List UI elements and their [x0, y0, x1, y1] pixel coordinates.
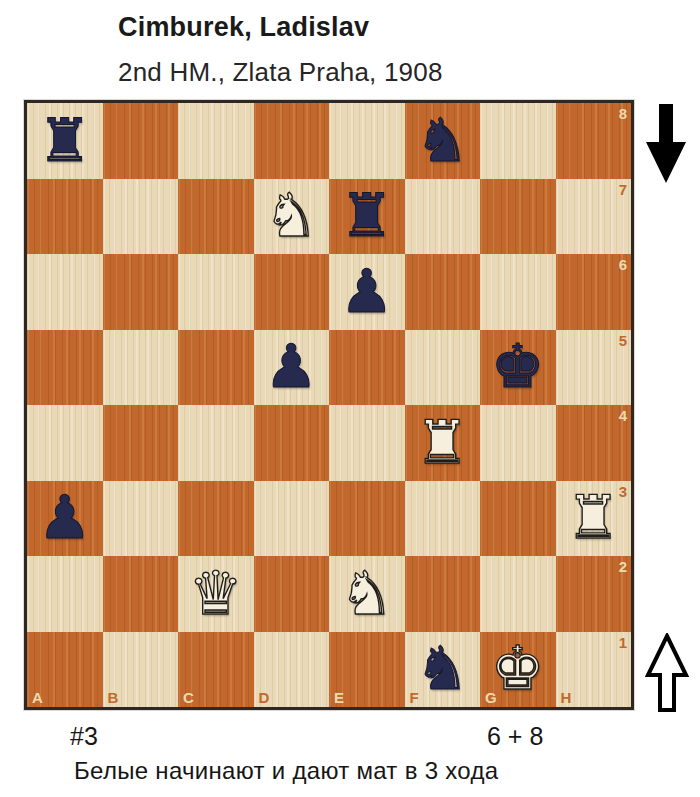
square-b3[interactable]: [103, 481, 179, 557]
square-d7[interactable]: ♞: [254, 179, 330, 255]
square-b4[interactable]: [103, 405, 179, 481]
black-knight-f1[interactable]: ♞: [415, 638, 469, 698]
file-label-g: G: [485, 690, 497, 705]
square-h2[interactable]: 2: [556, 556, 632, 632]
chess-board[interactable]: ♜♞8♞♜7♟6♟♚5♜4♟♜3♛♞2ABCDE♞F♚G1H: [27, 103, 631, 707]
square-a1[interactable]: A: [27, 632, 103, 708]
square-h3[interactable]: ♜3: [556, 481, 632, 557]
square-h1[interactable]: 1H: [556, 632, 632, 708]
square-h7[interactable]: 7: [556, 179, 632, 255]
square-d1[interactable]: D: [254, 632, 330, 708]
rank-label-7: 7: [619, 182, 627, 197]
white-rook-f4[interactable]: ♜: [415, 412, 469, 472]
black-rook-e7[interactable]: ♜: [340, 185, 394, 245]
square-b5[interactable]: [103, 330, 179, 406]
white-king-g1[interactable]: ♚: [491, 638, 545, 698]
chess-problem-page: { "game": "chess", "header": { "title": …: [0, 0, 700, 797]
square-g8[interactable]: [480, 103, 556, 179]
square-e1[interactable]: E: [329, 632, 405, 708]
file-label-f: F: [410, 690, 419, 705]
white-queen-c2[interactable]: ♛: [189, 563, 243, 623]
square-g4[interactable]: [480, 405, 556, 481]
square-f2[interactable]: [405, 556, 481, 632]
rank-label-2: 2: [619, 559, 627, 574]
square-b2[interactable]: [103, 556, 179, 632]
square-e8[interactable]: [329, 103, 405, 179]
square-g3[interactable]: [480, 481, 556, 557]
black-knight-f8[interactable]: ♞: [415, 110, 469, 170]
square-c7[interactable]: [178, 179, 254, 255]
square-c4[interactable]: [178, 405, 254, 481]
square-d3[interactable]: [254, 481, 330, 557]
square-e6[interactable]: ♟: [329, 254, 405, 330]
square-f5[interactable]: [405, 330, 481, 406]
square-e3[interactable]: [329, 481, 405, 557]
square-f7[interactable]: [405, 179, 481, 255]
square-e5[interactable]: [329, 330, 405, 406]
square-a5[interactable]: [27, 330, 103, 406]
square-g1[interactable]: ♚G: [480, 632, 556, 708]
square-h5[interactable]: 5: [556, 330, 632, 406]
black-pawn-d5[interactable]: ♟: [264, 336, 318, 396]
square-f3[interactable]: [405, 481, 481, 557]
square-e2[interactable]: ♞: [329, 556, 405, 632]
square-b6[interactable]: [103, 254, 179, 330]
square-h6[interactable]: 6: [556, 254, 632, 330]
black-down-arrow-icon[interactable]: [646, 104, 686, 188]
file-label-b: B: [108, 690, 119, 705]
file-label-h: H: [561, 690, 572, 705]
square-e4[interactable]: [329, 405, 405, 481]
square-c6[interactable]: [178, 254, 254, 330]
square-c5[interactable]: [178, 330, 254, 406]
stipulation-mate-in: #3: [70, 722, 98, 751]
black-king-g5[interactable]: ♚: [491, 336, 545, 396]
square-g7[interactable]: [480, 179, 556, 255]
square-g2[interactable]: [480, 556, 556, 632]
rank-label-5: 5: [619, 333, 627, 348]
rank-label-8: 8: [619, 106, 627, 121]
square-c2[interactable]: ♛: [178, 556, 254, 632]
square-f4[interactable]: ♜: [405, 405, 481, 481]
square-a4[interactable]: [27, 405, 103, 481]
square-b7[interactable]: [103, 179, 179, 255]
square-a2[interactable]: [27, 556, 103, 632]
rank-label-4: 4: [619, 408, 627, 423]
white-knight-e2[interactable]: ♞: [340, 563, 394, 623]
black-rook-a8[interactable]: ♜: [38, 110, 92, 170]
square-d4[interactable]: [254, 405, 330, 481]
square-b1[interactable]: B: [103, 632, 179, 708]
black-pawn-a3[interactable]: ♟: [38, 487, 92, 547]
square-a7[interactable]: [27, 179, 103, 255]
square-c1[interactable]: C: [178, 632, 254, 708]
square-f8[interactable]: ♞: [405, 103, 481, 179]
square-a8[interactable]: ♜: [27, 103, 103, 179]
square-a3[interactable]: ♟: [27, 481, 103, 557]
rank-label-6: 6: [619, 257, 627, 272]
square-f1[interactable]: ♞F: [405, 632, 481, 708]
stipulation-row: #3 6 + 8: [0, 722, 700, 752]
piece-count: 6 + 8: [487, 722, 543, 751]
white-knight-d7[interactable]: ♞: [264, 185, 318, 245]
black-pawn-e6[interactable]: ♟: [340, 261, 394, 321]
rank-label-3: 3: [619, 484, 627, 499]
chess-board-frame: ♜♞8♞♜7♟6♟♚5♜4♟♜3♛♞2ABCDE♞F♚G1H: [24, 100, 634, 710]
square-c8[interactable]: [178, 103, 254, 179]
file-label-d: D: [259, 690, 270, 705]
file-label-a: A: [32, 690, 43, 705]
square-c3[interactable]: [178, 481, 254, 557]
square-g5[interactable]: ♚: [480, 330, 556, 406]
square-f6[interactable]: [405, 254, 481, 330]
square-d5[interactable]: ♟: [254, 330, 330, 406]
square-d6[interactable]: [254, 254, 330, 330]
white-up-arrow-icon[interactable]: [645, 633, 689, 717]
problem-header: Cimburek, Ladislav 2nd HM., Zlata Praha,…: [118, 12, 443, 88]
square-e7[interactable]: ♜: [329, 179, 405, 255]
file-label-e: E: [334, 690, 344, 705]
square-h8[interactable]: 8: [556, 103, 632, 179]
square-d2[interactable]: [254, 556, 330, 632]
square-a6[interactable]: [27, 254, 103, 330]
stipulation-caption: Белые начинают и дают мат в 3 хода: [74, 757, 498, 785]
file-label-c: C: [183, 690, 194, 705]
square-b8[interactable]: [103, 103, 179, 179]
square-g6[interactable]: [480, 254, 556, 330]
square-h4[interactable]: 4: [556, 405, 632, 481]
white-rook-h3[interactable]: ♜: [566, 487, 620, 547]
source-line: 2nd HM., Zlata Praha, 1908: [118, 57, 443, 88]
composer-name: Cimburek, Ladislav: [118, 12, 443, 43]
rank-label-1: 1: [619, 635, 627, 650]
square-d8[interactable]: [254, 103, 330, 179]
